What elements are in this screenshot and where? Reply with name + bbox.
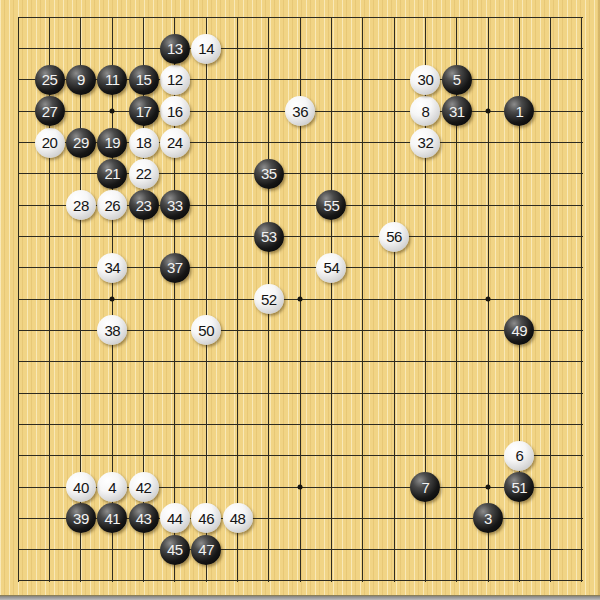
stone-21[interactable]: 21 bbox=[97, 159, 127, 189]
stone-15[interactable]: 15 bbox=[129, 65, 159, 95]
stone-42[interactable]: 42 bbox=[129, 472, 159, 502]
move-number: 14 bbox=[198, 41, 214, 56]
move-number: 46 bbox=[198, 511, 214, 526]
stone-49[interactable]: 49 bbox=[504, 315, 534, 345]
stone-27[interactable]: 27 bbox=[35, 96, 65, 126]
move-number: 52 bbox=[261, 292, 277, 307]
stone-4[interactable]: 4 bbox=[97, 472, 127, 502]
stone-23[interactable]: 23 bbox=[129, 190, 159, 220]
stone-8[interactable]: 8 bbox=[410, 96, 440, 126]
grid-hline bbox=[18, 455, 583, 456]
star-point bbox=[486, 297, 491, 302]
stone-55[interactable]: 55 bbox=[316, 190, 346, 220]
stone-50[interactable]: 50 bbox=[191, 315, 221, 345]
stone-19[interactable]: 19 bbox=[97, 128, 127, 158]
grid-vline bbox=[237, 17, 238, 582]
move-number: 49 bbox=[512, 323, 528, 338]
move-number: 13 bbox=[167, 41, 183, 56]
move-number: 51 bbox=[512, 480, 528, 495]
stone-41[interactable]: 41 bbox=[97, 503, 127, 533]
move-number: 18 bbox=[136, 135, 152, 150]
grid-hline bbox=[18, 393, 583, 394]
grid-vline bbox=[331, 17, 332, 582]
stone-12[interactable]: 12 bbox=[160, 65, 190, 95]
stone-56[interactable]: 56 bbox=[379, 222, 409, 252]
stone-30[interactable]: 30 bbox=[410, 65, 440, 95]
stone-45[interactable]: 45 bbox=[160, 535, 190, 565]
move-number: 29 bbox=[73, 135, 89, 150]
stone-33[interactable]: 33 bbox=[160, 190, 190, 220]
move-number: 37 bbox=[167, 260, 183, 275]
stone-48[interactable]: 48 bbox=[223, 503, 253, 533]
stone-20[interactable]: 20 bbox=[35, 128, 65, 158]
stone-36[interactable]: 36 bbox=[285, 96, 315, 126]
move-number: 24 bbox=[167, 135, 183, 150]
move-number: 8 bbox=[421, 104, 429, 119]
move-number: 28 bbox=[73, 198, 89, 213]
move-number: 3 bbox=[484, 511, 492, 526]
move-number: 41 bbox=[104, 511, 120, 526]
move-number: 38 bbox=[104, 323, 120, 338]
move-number: 47 bbox=[198, 542, 214, 557]
stone-13[interactable]: 13 bbox=[160, 34, 190, 64]
stone-39[interactable]: 39 bbox=[66, 503, 96, 533]
move-number: 1 bbox=[515, 104, 523, 119]
move-number: 26 bbox=[104, 198, 120, 213]
grid-hline bbox=[18, 236, 583, 237]
grid-hline bbox=[18, 48, 583, 49]
move-number: 34 bbox=[104, 260, 120, 275]
move-number: 31 bbox=[449, 104, 465, 119]
move-number: 23 bbox=[136, 198, 152, 213]
star-point bbox=[298, 485, 303, 490]
move-number: 7 bbox=[421, 480, 429, 495]
stone-44[interactable]: 44 bbox=[160, 503, 190, 533]
stone-35[interactable]: 35 bbox=[254, 159, 284, 189]
move-number: 54 bbox=[324, 260, 340, 275]
stone-34[interactable]: 34 bbox=[97, 253, 127, 283]
move-number: 27 bbox=[42, 104, 58, 119]
star-point bbox=[486, 485, 491, 490]
stone-40[interactable]: 40 bbox=[66, 472, 96, 502]
move-number: 30 bbox=[418, 72, 434, 87]
move-number: 25 bbox=[42, 72, 58, 87]
stone-32[interactable]: 32 bbox=[410, 128, 440, 158]
stone-37[interactable]: 37 bbox=[160, 253, 190, 283]
move-number: 12 bbox=[167, 72, 183, 87]
stone-51[interactable]: 51 bbox=[504, 472, 534, 502]
move-number: 56 bbox=[386, 229, 402, 244]
move-number: 36 bbox=[292, 104, 308, 119]
grid-vline bbox=[394, 17, 395, 582]
stone-24[interactable]: 24 bbox=[160, 128, 190, 158]
star-point bbox=[110, 297, 115, 302]
move-number: 19 bbox=[104, 135, 120, 150]
stone-9[interactable]: 9 bbox=[66, 65, 96, 95]
stone-38[interactable]: 38 bbox=[97, 315, 127, 345]
move-number: 32 bbox=[418, 135, 434, 150]
move-number: 39 bbox=[73, 511, 89, 526]
stone-7[interactable]: 7 bbox=[410, 472, 440, 502]
move-number: 20 bbox=[42, 135, 58, 150]
move-number: 33 bbox=[167, 198, 183, 213]
move-number: 22 bbox=[136, 166, 152, 181]
grid-hline bbox=[18, 580, 583, 581]
move-number: 43 bbox=[136, 511, 152, 526]
stone-28[interactable]: 28 bbox=[66, 190, 96, 220]
stone-5[interactable]: 5 bbox=[442, 65, 472, 95]
move-number: 35 bbox=[261, 166, 277, 181]
move-number: 6 bbox=[515, 448, 523, 463]
grid-vline bbox=[550, 17, 551, 582]
grid-vline bbox=[206, 17, 207, 582]
move-number: 17 bbox=[136, 104, 152, 119]
grid-vline bbox=[18, 17, 19, 582]
stone-52[interactable]: 52 bbox=[254, 284, 284, 314]
stone-1[interactable]: 1 bbox=[504, 96, 534, 126]
stone-18[interactable]: 18 bbox=[129, 128, 159, 158]
move-number: 48 bbox=[230, 511, 246, 526]
move-number: 5 bbox=[453, 72, 461, 87]
grid-hline bbox=[18, 361, 583, 362]
go-board[interactable]: 1345678911121314151617181920212223242526… bbox=[0, 0, 600, 600]
move-number: 11 bbox=[105, 72, 120, 87]
move-number: 16 bbox=[167, 104, 183, 119]
move-number: 9 bbox=[77, 72, 85, 87]
move-number: 55 bbox=[324, 198, 340, 213]
stone-46[interactable]: 46 bbox=[191, 503, 221, 533]
move-number: 50 bbox=[198, 323, 214, 338]
board-bottom-edge-shadow bbox=[0, 595, 600, 600]
stone-53[interactable]: 53 bbox=[254, 222, 284, 252]
move-number: 4 bbox=[108, 480, 116, 495]
star-point bbox=[298, 297, 303, 302]
grid-hline bbox=[18, 424, 583, 425]
star-point bbox=[110, 109, 115, 114]
stone-31[interactable]: 31 bbox=[442, 96, 472, 126]
grid-hline bbox=[18, 17, 583, 18]
move-number: 45 bbox=[167, 542, 183, 557]
move-number: 40 bbox=[73, 480, 89, 495]
stone-47[interactable]: 47 bbox=[191, 535, 221, 565]
stone-6[interactable]: 6 bbox=[504, 441, 534, 471]
stone-26[interactable]: 26 bbox=[97, 190, 127, 220]
stone-17[interactable]: 17 bbox=[129, 96, 159, 126]
move-number: 15 bbox=[136, 72, 152, 87]
stone-14[interactable]: 14 bbox=[191, 34, 221, 64]
stone-29[interactable]: 29 bbox=[66, 128, 96, 158]
star-point bbox=[486, 109, 491, 114]
move-number: 21 bbox=[104, 166, 120, 181]
grid-hline bbox=[18, 549, 583, 550]
move-number: 53 bbox=[261, 229, 277, 244]
stone-54[interactable]: 54 bbox=[316, 253, 346, 283]
grid-vline bbox=[362, 17, 363, 582]
stone-16[interactable]: 16 bbox=[160, 96, 190, 126]
move-number: 42 bbox=[136, 480, 152, 495]
stone-11[interactable]: 11 bbox=[97, 65, 127, 95]
stone-22[interactable]: 22 bbox=[129, 159, 159, 189]
stone-43[interactable]: 43 bbox=[129, 503, 159, 533]
grid-vline bbox=[581, 17, 582, 582]
stone-25[interactable]: 25 bbox=[35, 65, 65, 95]
move-number: 44 bbox=[167, 511, 183, 526]
stone-3[interactable]: 3 bbox=[473, 503, 503, 533]
